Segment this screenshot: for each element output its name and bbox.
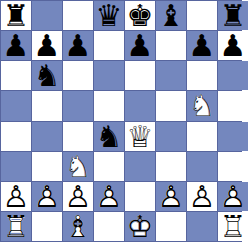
black-pawn-glyph: ♟: [187, 31, 217, 60]
square-d8[interactable]: ♛: [94, 1, 124, 30]
square-g6[interactable]: [187, 61, 217, 90]
black-pawn-glyph: ♟: [63, 31, 93, 60]
square-d3[interactable]: [94, 152, 124, 181]
square-h3[interactable]: [218, 152, 248, 181]
square-g3[interactable]: [187, 152, 217, 181]
black-bishop-glyph: ♝: [156, 1, 186, 30]
chess-diagram: ♜♛♚♝♜♟♟♟♟♟♟♞♞♘♞♛♕♞♘♟♙♟♙♟♙♟♙♟♙♟♙♟♙♜♖♝♗♚♔♜…: [0, 0, 242, 242]
square-e6[interactable]: [125, 61, 155, 90]
square-a5[interactable]: [1, 91, 31, 120]
white-pawn[interactable]: ♟♙: [218, 182, 248, 211]
square-f4[interactable]: [156, 122, 186, 151]
black-pawn[interactable]: ♟: [125, 31, 155, 60]
square-c8[interactable]: [63, 1, 93, 30]
square-c7[interactable]: ♟: [63, 31, 93, 60]
square-d2[interactable]: ♟♙: [94, 182, 124, 211]
black-knight-glyph: ♞: [32, 61, 62, 90]
chess-board: ♜♛♚♝♜♟♟♟♟♟♟♞♞♘♞♛♕♞♘♟♙♟♙♟♙♟♙♟♙♟♙♟♙♜♖♝♗♚♔♜…: [0, 0, 242, 242]
black-pawn-glyph: ♟: [218, 31, 248, 60]
square-f7[interactable]: [156, 31, 186, 60]
square-e1[interactable]: ♚♔: [125, 212, 155, 241]
white-rook-outline-glyph: ♖: [1, 212, 31, 241]
square-h4[interactable]: [218, 122, 248, 151]
black-king[interactable]: ♚: [125, 1, 155, 30]
square-h7[interactable]: ♟: [218, 31, 248, 60]
square-d1[interactable]: [94, 212, 124, 241]
white-rook[interactable]: ♜♖: [218, 212, 248, 241]
black-rook[interactable]: ♜: [1, 1, 31, 30]
square-g7[interactable]: ♟: [187, 31, 217, 60]
square-e8[interactable]: ♚: [125, 1, 155, 30]
white-bishop[interactable]: ♝♗: [63, 212, 93, 241]
white-knight[interactable]: ♞♘: [187, 91, 217, 120]
square-c1[interactable]: ♝♗: [63, 212, 93, 241]
square-b7[interactable]: ♟: [32, 31, 62, 60]
square-a3[interactable]: [1, 152, 31, 181]
square-h1[interactable]: ♜♖: [218, 212, 248, 241]
black-queen[interactable]: ♛: [94, 1, 124, 30]
square-c4[interactable]: [63, 122, 93, 151]
square-f6[interactable]: [156, 61, 186, 90]
square-b3[interactable]: [32, 152, 62, 181]
white-pawn[interactable]: ♟♙: [156, 182, 186, 211]
square-f2[interactable]: ♟♙: [156, 182, 186, 211]
square-a2[interactable]: ♟♙: [1, 182, 31, 211]
black-pawn-glyph: ♟: [1, 31, 31, 60]
white-pawn[interactable]: ♟♙: [94, 182, 124, 211]
white-pawn[interactable]: ♟♙: [187, 182, 217, 211]
square-e7[interactable]: ♟: [125, 31, 155, 60]
black-knight[interactable]: ♞: [32, 61, 62, 90]
square-b1[interactable]: [32, 212, 62, 241]
black-pawn[interactable]: ♟: [187, 31, 217, 60]
square-h5[interactable]: [218, 91, 248, 120]
black-pawn[interactable]: ♟: [1, 31, 31, 60]
white-pawn[interactable]: ♟♙: [32, 182, 62, 211]
square-b8[interactable]: [32, 1, 62, 30]
square-f1[interactable]: [156, 212, 186, 241]
white-knight-outline-glyph: ♘: [187, 91, 217, 120]
square-a8[interactable]: ♜: [1, 1, 31, 30]
square-a1[interactable]: ♜♖: [1, 212, 31, 241]
square-d5[interactable]: [94, 91, 124, 120]
square-f3[interactable]: [156, 152, 186, 181]
square-e2[interactable]: [125, 182, 155, 211]
square-a7[interactable]: ♟: [1, 31, 31, 60]
black-queen-glyph: ♛: [94, 1, 124, 30]
square-g4[interactable]: [187, 122, 217, 151]
square-c5[interactable]: [63, 91, 93, 120]
square-g8[interactable]: [187, 1, 217, 30]
black-knight-glyph: ♞: [94, 122, 124, 151]
white-pawn-outline-glyph: ♙: [156, 182, 186, 211]
black-pawn[interactable]: ♟: [218, 31, 248, 60]
square-f8[interactable]: ♝: [156, 1, 186, 30]
white-rook-outline-glyph: ♖: [218, 212, 248, 241]
white-knight-outline-glyph: ♘: [63, 152, 93, 181]
black-rook-glyph: ♜: [1, 1, 31, 30]
square-f5[interactable]: [156, 91, 186, 120]
square-d7[interactable]: [94, 31, 124, 60]
black-rook-glyph: ♜: [218, 1, 248, 30]
white-rook[interactable]: ♜♖: [1, 212, 31, 241]
white-pawn-outline-glyph: ♙: [218, 182, 248, 211]
square-g5[interactable]: ♞♘: [187, 91, 217, 120]
white-pawn-outline-glyph: ♙: [63, 182, 93, 211]
black-king-glyph: ♚: [125, 1, 155, 30]
square-c3[interactable]: ♞♘: [63, 152, 93, 181]
square-a4[interactable]: [1, 122, 31, 151]
square-d4[interactable]: ♞: [94, 122, 124, 151]
square-b4[interactable]: [32, 122, 62, 151]
square-h2[interactable]: ♟♙: [218, 182, 248, 211]
square-g1[interactable]: [187, 212, 217, 241]
black-pawn-glyph: ♟: [125, 31, 155, 60]
white-pawn-outline-glyph: ♙: [187, 182, 217, 211]
black-rook[interactable]: ♜: [218, 1, 248, 30]
square-b5[interactable]: [32, 91, 62, 120]
black-pawn[interactable]: ♟: [63, 31, 93, 60]
white-pawn-outline-glyph: ♙: [1, 182, 31, 211]
white-bishop-outline-glyph: ♗: [63, 212, 93, 241]
white-pawn[interactable]: ♟♙: [63, 182, 93, 211]
square-a6[interactable]: [1, 61, 31, 90]
black-pawn[interactable]: ♟: [32, 31, 62, 60]
black-bishop[interactable]: ♝: [156, 1, 186, 30]
square-h8[interactable]: ♜: [218, 1, 248, 30]
square-e4[interactable]: ♛♕: [125, 122, 155, 151]
square-e5[interactable]: [125, 91, 155, 120]
white-knight[interactable]: ♞♘: [63, 152, 93, 181]
black-knight[interactable]: ♞: [94, 122, 124, 151]
white-king-outline-glyph: ♔: [125, 212, 155, 241]
square-b2[interactable]: ♟♙: [32, 182, 62, 211]
white-pawn[interactable]: ♟♙: [1, 182, 31, 211]
white-queen[interactable]: ♛♕: [125, 122, 155, 151]
white-pawn-outline-glyph: ♙: [32, 182, 62, 211]
square-h6[interactable]: [218, 61, 248, 90]
square-e3[interactable]: [125, 152, 155, 181]
square-d6[interactable]: [94, 61, 124, 90]
white-queen-outline-glyph: ♕: [125, 122, 155, 151]
square-c6[interactable]: [63, 61, 93, 90]
white-pawn-outline-glyph: ♙: [94, 182, 124, 211]
square-c2[interactable]: ♟♙: [63, 182, 93, 211]
white-king[interactable]: ♚♔: [125, 212, 155, 241]
black-pawn-glyph: ♟: [32, 31, 62, 60]
square-b6[interactable]: ♞: [32, 61, 62, 90]
square-g2[interactable]: ♟♙: [187, 182, 217, 211]
